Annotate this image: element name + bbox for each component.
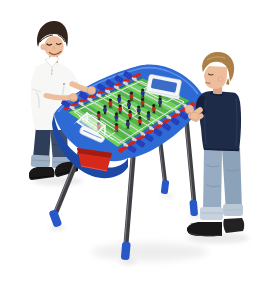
right-child-cuff bbox=[200, 207, 223, 220]
leg-foot bbox=[121, 242, 131, 261]
foosball-scene bbox=[0, 0, 260, 282]
table-leg-right bbox=[185, 116, 198, 216]
right-child-shoe-back bbox=[223, 218, 244, 233]
product-photo bbox=[0, 0, 260, 282]
left-child-polo-logo bbox=[63, 83, 65, 85]
right-child-jeans-front-leg bbox=[203, 148, 222, 214]
left-child-ear bbox=[41, 44, 46, 49]
leg-foot bbox=[161, 180, 170, 195]
rail-end-cap bbox=[118, 148, 122, 152]
right-child-ear bbox=[218, 77, 223, 82]
right-child-face bbox=[204, 66, 227, 89]
right-child-jeans-back-leg bbox=[222, 148, 242, 212]
leg-foot bbox=[189, 200, 198, 217]
leg-foot bbox=[49, 209, 63, 228]
